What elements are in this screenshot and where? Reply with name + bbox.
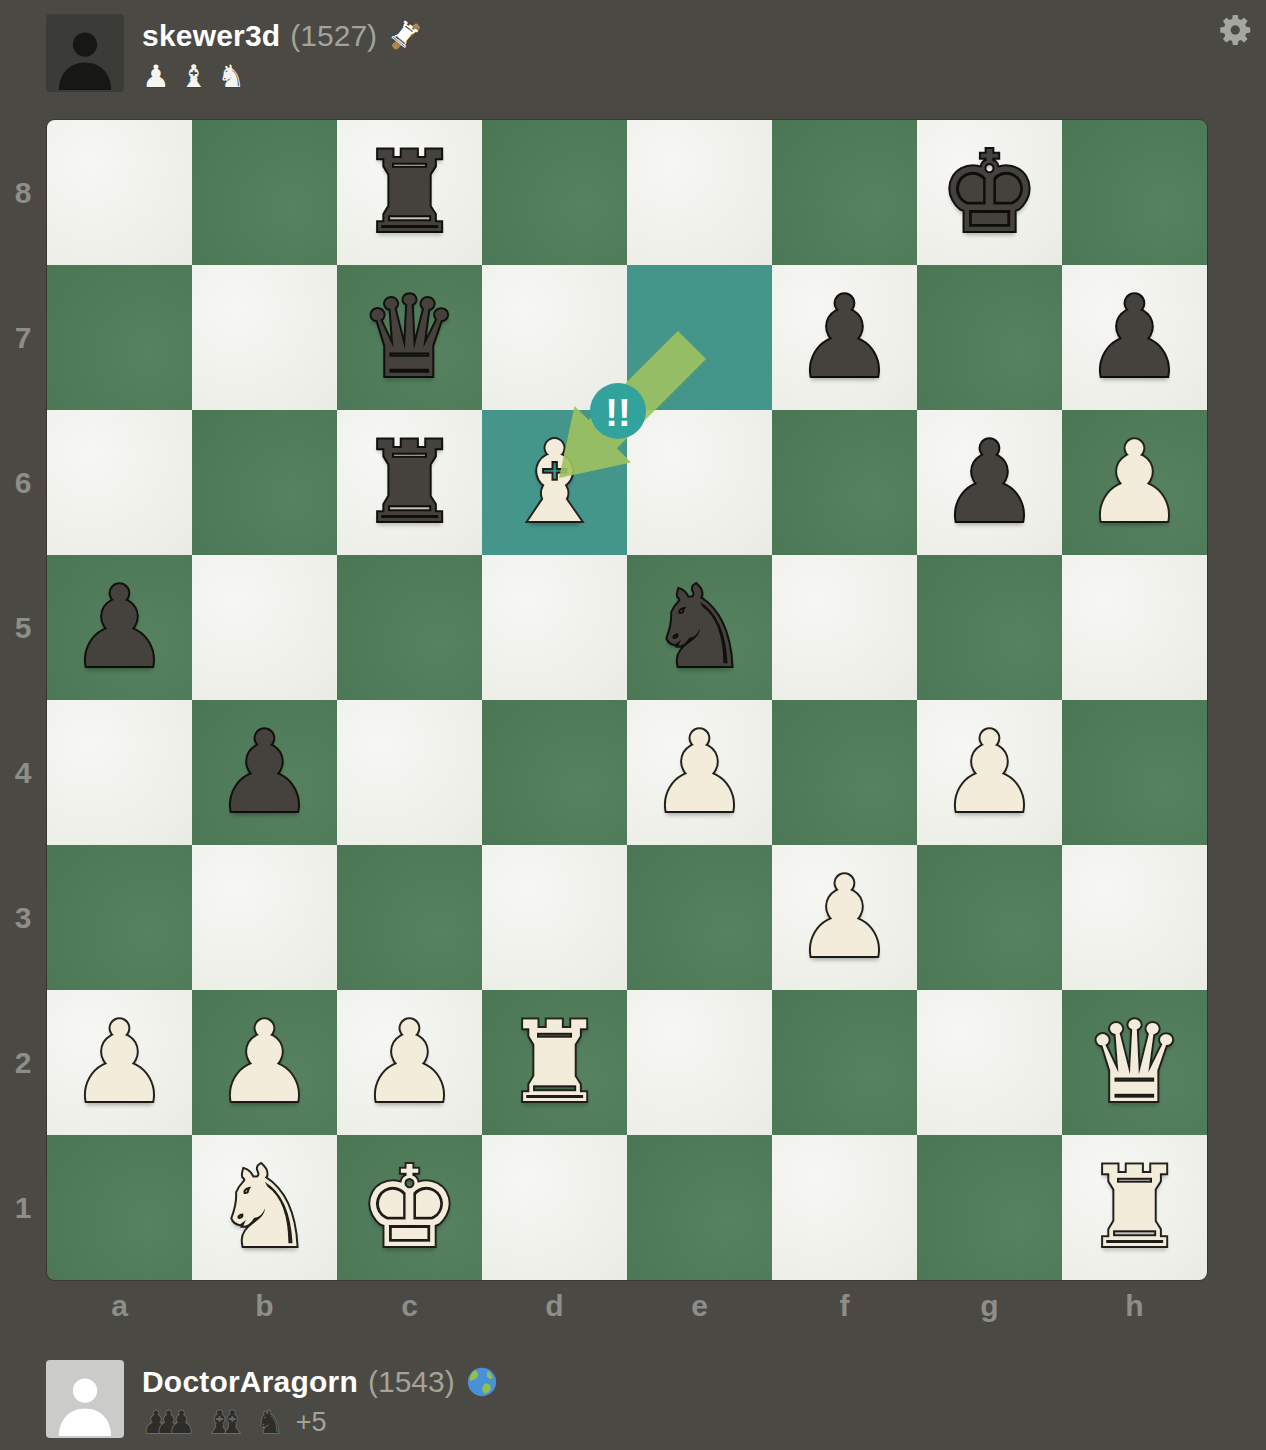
square-d7[interactable] (482, 265, 627, 410)
square-d5[interactable] (482, 555, 627, 700)
white-pawn-g4[interactable]: ♟ (939, 700, 1039, 845)
square-h5[interactable] (1062, 555, 1207, 700)
captured-white-bishop-icon: ♝ (180, 59, 208, 93)
person-silhouette-icon (52, 22, 118, 92)
square-d2[interactable]: ♜ (482, 990, 627, 1135)
file-label-h: h (1062, 1284, 1207, 1328)
square-b3[interactable] (192, 845, 337, 990)
square-c7[interactable]: ♛ (337, 265, 482, 410)
square-h3[interactable] (1062, 845, 1207, 990)
globe-icon (465, 1363, 503, 1401)
white-king-c1[interactable]: ♚ (359, 1135, 459, 1280)
top-player-avatar[interactable] (46, 14, 124, 92)
rank-label-8: 8 (0, 120, 46, 265)
square-g6[interactable]: ♟ (917, 410, 1062, 555)
black-rook-c8[interactable]: ♜ (359, 120, 459, 265)
square-e6[interactable] (627, 410, 772, 555)
square-f2[interactable] (772, 990, 917, 1135)
square-a6[interactable] (47, 410, 192, 555)
square-e1[interactable] (627, 1135, 772, 1280)
square-h2[interactable]: ♛ (1062, 990, 1207, 1135)
painted-rook-flair-icon: ♜ (387, 17, 425, 55)
black-pawn-g6[interactable]: ♟ (939, 410, 1039, 555)
square-g1[interactable] (917, 1135, 1062, 1280)
rank-labels: 87654321 (0, 120, 46, 1280)
square-b6[interactable] (192, 410, 337, 555)
white-rook-h1[interactable]: ♜ (1084, 1135, 1184, 1280)
top-player-rating: (1527) (290, 19, 377, 53)
square-g2[interactable] (917, 990, 1062, 1135)
top-player-username[interactable]: skewer3d (142, 19, 280, 53)
square-a7[interactable] (47, 265, 192, 410)
white-bishop-d6[interactable]: ♝ (504, 410, 604, 555)
square-f3[interactable]: ♟ (772, 845, 917, 990)
file-label-c: c (337, 1284, 482, 1328)
file-label-a: a (47, 1284, 192, 1328)
black-king-g8[interactable]: ♚ (939, 120, 1039, 265)
black-knight-e5[interactable]: ♞ (649, 555, 749, 700)
rank-label-2: 2 (0, 990, 46, 1135)
square-c3[interactable] (337, 845, 482, 990)
square-a8[interactable] (47, 120, 192, 265)
black-pawn-h7[interactable]: ♟ (1084, 265, 1184, 410)
square-f6[interactable] (772, 410, 917, 555)
square-h7[interactable]: ♟ (1062, 265, 1207, 410)
rank-label-5: 5 (0, 555, 46, 700)
top-captured-pieces: ♟♝♞ (142, 58, 425, 94)
square-b7[interactable] (192, 265, 337, 410)
black-pawn-a5[interactable]: ♟ (69, 555, 169, 700)
square-b2[interactable]: ♟ (192, 990, 337, 1135)
square-e7[interactable] (627, 265, 772, 410)
square-c5[interactable] (337, 555, 482, 700)
white-pawn-c2[interactable]: ♟ (359, 990, 459, 1135)
captured-white-knight-icon: ♞ (218, 59, 246, 93)
square-g3[interactable] (917, 845, 1062, 990)
white-pawn-b2[interactable]: ♟ (214, 990, 314, 1135)
captured-black-bishop-icon: ♝ (218, 1405, 246, 1439)
file-label-f: f (772, 1284, 917, 1328)
bottom-player-bar: DoctorAragorn (1543) ♟♟♟♝♝♞+5 (46, 1360, 503, 1440)
square-h6[interactable]: ♟ (1062, 410, 1207, 555)
square-b8[interactable] (192, 120, 337, 265)
file-label-d: d (482, 1284, 627, 1328)
square-c4[interactable] (337, 700, 482, 845)
square-c8[interactable]: ♜ (337, 120, 482, 265)
board-container: ♜♚♛♟♟♜♝♟♟♟♞♟♟♟♟♟♟♟♜♛♞♚♜ !! (47, 120, 1207, 1280)
white-pawn-a2[interactable]: ♟ (69, 990, 169, 1135)
square-e4[interactable]: ♟ (627, 700, 772, 845)
top-player-bar: skewer3d (1527) ♜ ♟♝♞ (46, 14, 425, 94)
rank-label-7: 7 (0, 265, 46, 410)
square-g4[interactable]: ♟ (917, 700, 1062, 845)
bottom-captured-pieces: ♟♟♟♝♝♞+5 (142, 1404, 503, 1440)
square-b5[interactable] (192, 555, 337, 700)
square-f1[interactable] (772, 1135, 917, 1280)
black-rook-c6[interactable]: ♜ (359, 410, 459, 555)
white-queen-h2[interactable]: ♛ (1084, 990, 1184, 1135)
square-e2[interactable] (627, 990, 772, 1135)
square-d3[interactable] (482, 845, 627, 990)
square-a2[interactable]: ♟ (47, 990, 192, 1135)
square-b4[interactable]: ♟ (192, 700, 337, 845)
square-b1[interactable]: ♞ (192, 1135, 337, 1280)
file-label-g: g (917, 1284, 1062, 1328)
white-rook-d2[interactable]: ♜ (504, 990, 604, 1135)
captured-white-pawn-icon: ♟ (142, 59, 170, 93)
square-c2[interactable]: ♟ (337, 990, 482, 1135)
white-pawn-e4[interactable]: ♟ (649, 700, 749, 845)
bottom-player-rating: (1543) (368, 1365, 455, 1399)
square-a1[interactable] (47, 1135, 192, 1280)
square-g8[interactable]: ♚ (917, 120, 1062, 265)
square-a3[interactable] (47, 845, 192, 990)
square-f7[interactable]: ♟ (772, 265, 917, 410)
bottom-player-username[interactable]: DoctorAragorn (142, 1365, 358, 1399)
square-c1[interactable]: ♚ (337, 1135, 482, 1280)
square-f8[interactable] (772, 120, 917, 265)
rank-label-4: 4 (0, 700, 46, 845)
person-silhouette-icon (52, 1368, 118, 1438)
settings-gear-icon[interactable] (1218, 12, 1254, 48)
white-pawn-h6[interactable]: ♟ (1084, 410, 1184, 555)
white-pawn-f3[interactable]: ♟ (794, 845, 894, 990)
board: ♜♚♛♟♟♜♝♟♟♟♞♟♟♟♟♟♟♟♜♛♞♚♜ (47, 120, 1207, 1280)
square-f5[interactable] (772, 555, 917, 700)
square-h1[interactable]: ♜ (1062, 1135, 1207, 1280)
square-a4[interactable] (47, 700, 192, 845)
square-g7[interactable] (917, 265, 1062, 410)
square-d1[interactable] (482, 1135, 627, 1280)
material-advantage: +5 (296, 1407, 327, 1438)
square-h4[interactable] (1062, 700, 1207, 845)
square-h8[interactable] (1062, 120, 1207, 265)
square-f4[interactable] (772, 700, 917, 845)
square-e3[interactable] (627, 845, 772, 990)
file-label-b: b (192, 1284, 337, 1328)
square-d4[interactable] (482, 700, 627, 845)
rook-flair-glyph: ♜ (383, 12, 426, 56)
rank-label-6: 6 (0, 410, 46, 555)
file-label-e: e (627, 1284, 772, 1328)
rank-label-1: 1 (0, 1135, 46, 1280)
square-e8[interactable] (627, 120, 772, 265)
black-queen-c7[interactable]: ♛ (359, 265, 459, 410)
captured-black-knight-icon: ♞ (256, 1405, 284, 1439)
square-g5[interactable] (917, 555, 1062, 700)
white-knight-b1[interactable]: ♞ (214, 1135, 314, 1280)
square-d8[interactable] (482, 120, 627, 265)
square-e5[interactable]: ♞ (627, 555, 772, 700)
file-labels: abcdefgh (47, 1284, 1207, 1328)
bottom-player-avatar[interactable] (46, 1360, 124, 1438)
black-pawn-f7[interactable]: ♟ (794, 265, 894, 410)
rank-label-3: 3 (0, 845, 46, 990)
square-c6[interactable]: ♜ (337, 410, 482, 555)
square-d6[interactable]: ♝ (482, 410, 627, 555)
square-a5[interactable]: ♟ (47, 555, 192, 700)
black-pawn-b4[interactable]: ♟ (214, 700, 314, 845)
captured-black-pawn-icon: ♟ (168, 1405, 196, 1439)
